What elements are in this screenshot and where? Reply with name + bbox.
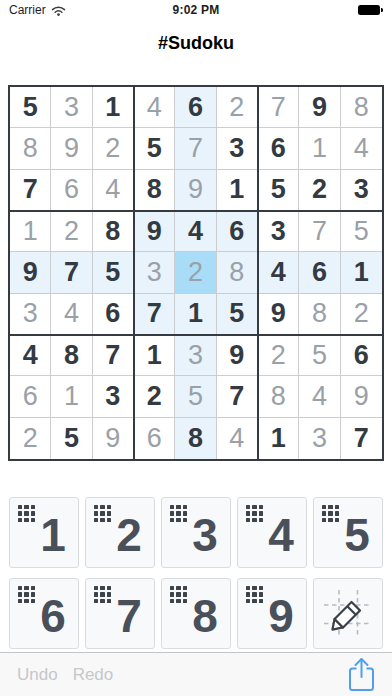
- numpad-button-4[interactable]: 4: [237, 497, 307, 568]
- grid-icon: [18, 586, 35, 603]
- cell-r4c9[interactable]: 5: [341, 211, 382, 252]
- grid-icon: [94, 505, 111, 522]
- cell-r2c7[interactable]: 6: [258, 128, 299, 169]
- cell-r6c4[interactable]: 7: [134, 294, 175, 335]
- numpad-button-1[interactable]: 1: [9, 497, 79, 568]
- grid-icon: [170, 505, 187, 522]
- screen: Carrier 9:02 PM #Sudoku 5314627988925736…: [0, 0, 392, 696]
- cell-r7c2[interactable]: 8: [51, 335, 92, 376]
- cell-r3c6[interactable]: 1: [217, 170, 258, 211]
- number-pad: 12345 6789: [0, 497, 392, 649]
- cell-r8c8[interactable]: 4: [299, 376, 340, 417]
- number-pad-row-2: 6789: [9, 578, 383, 649]
- status-bar: Carrier 9:02 PM: [0, 0, 392, 20]
- carrier-label: Carrier: [9, 3, 46, 17]
- cell-r4c7[interactable]: 3: [258, 211, 299, 252]
- cell-r6c5[interactable]: 1: [175, 294, 216, 335]
- cell-r1c7[interactable]: 7: [258, 87, 299, 128]
- numpad-button-5[interactable]: 5: [313, 497, 383, 568]
- cell-r7c1[interactable]: 4: [10, 335, 51, 376]
- numpad-button-6[interactable]: 6: [9, 578, 79, 649]
- cell-r4c5[interactable]: 4: [175, 211, 216, 252]
- cell-r1c8[interactable]: 9: [299, 87, 340, 128]
- cell-r5c4[interactable]: 3: [134, 252, 175, 293]
- cell-r1c9[interactable]: 8: [341, 87, 382, 128]
- numpad-button-2[interactable]: 2: [85, 497, 155, 568]
- cell-r4c8[interactable]: 7: [299, 211, 340, 252]
- cell-r7c6[interactable]: 9: [217, 335, 258, 376]
- numpad-button-7[interactable]: 7: [85, 578, 155, 649]
- cell-r2c8[interactable]: 1: [299, 128, 340, 169]
- cell-r2c2[interactable]: 9: [51, 128, 92, 169]
- sudoku-board: 5314627988925736147648915231289463759753…: [8, 85, 384, 461]
- cell-r9c4[interactable]: 6: [134, 418, 175, 459]
- cell-r3c9[interactable]: 3: [341, 170, 382, 211]
- cell-r7c3[interactable]: 7: [93, 335, 134, 376]
- grid-icon: [246, 586, 263, 603]
- cell-r1c2[interactable]: 3: [51, 87, 92, 128]
- cell-r9c9[interactable]: 7: [341, 418, 382, 459]
- grid-icon: [322, 505, 339, 522]
- cell-r3c2[interactable]: 6: [51, 170, 92, 211]
- cell-r8c3[interactable]: 3: [93, 376, 134, 417]
- grid-icon: [170, 586, 187, 603]
- status-bar-left: Carrier: [9, 3, 66, 17]
- pencil-icon: [319, 585, 377, 643]
- cell-r3c7[interactable]: 5: [258, 170, 299, 211]
- cell-r1c1[interactable]: 5: [10, 87, 51, 128]
- nav-bar: #Sudoku: [0, 20, 392, 85]
- cell-r2c1[interactable]: 8: [10, 128, 51, 169]
- cell-r8c5[interactable]: 5: [175, 376, 216, 417]
- pencil-mode-button[interactable]: [313, 578, 383, 649]
- grid-icon: [246, 505, 263, 522]
- cell-r7c4[interactable]: 1: [134, 335, 175, 376]
- wifi-icon: [51, 5, 66, 16]
- cell-r9c2[interactable]: 5: [51, 418, 92, 459]
- share-button[interactable]: [348, 657, 375, 692]
- cell-r5c9[interactable]: 1: [341, 252, 382, 293]
- cell-r6c9[interactable]: 2: [341, 294, 382, 335]
- bottom-toolbar: Undo Redo: [0, 652, 392, 696]
- cell-r1c6[interactable]: 2: [217, 87, 258, 128]
- numpad-button-8[interactable]: 8: [161, 578, 231, 649]
- cell-r9c1[interactable]: 2: [10, 418, 51, 459]
- cell-r1c3[interactable]: 1: [93, 87, 134, 128]
- cell-r7c8[interactable]: 5: [299, 335, 340, 376]
- cell-r8c6[interactable]: 7: [217, 376, 258, 417]
- battery-icon: [358, 5, 383, 15]
- grid-icon: [94, 586, 111, 603]
- cell-r6c6[interactable]: 5: [217, 294, 258, 335]
- cell-r2c9[interactable]: 4: [341, 128, 382, 169]
- cell-r4c2[interactable]: 2: [51, 211, 92, 252]
- cell-r3c5[interactable]: 9: [175, 170, 216, 211]
- cell-r1c5[interactable]: 6: [175, 87, 216, 128]
- number-pad-row-1: 12345: [9, 497, 383, 568]
- page-title: #Sudoku: [158, 33, 234, 53]
- cell-r5c8[interactable]: 6: [299, 252, 340, 293]
- cell-r8c2[interactable]: 1: [51, 376, 92, 417]
- cell-r1c4[interactable]: 4: [134, 87, 175, 128]
- cell-r5c1[interactable]: 9: [10, 252, 51, 293]
- cell-r9c6[interactable]: 4: [217, 418, 258, 459]
- numpad-button-3[interactable]: 3: [161, 497, 231, 568]
- cell-r6c3[interactable]: 6: [93, 294, 134, 335]
- cell-r6c1[interactable]: 3: [10, 294, 51, 335]
- cell-r4c3[interactable]: 8: [93, 211, 134, 252]
- cell-r4c6[interactable]: 6: [217, 211, 258, 252]
- cell-r3c1[interactable]: 7: [10, 170, 51, 211]
- box-separator-vertical-1: [133, 87, 135, 459]
- cell-r9c3[interactable]: 9: [93, 418, 134, 459]
- cell-r9c5[interactable]: 8: [175, 418, 216, 459]
- cell-r3c8[interactable]: 2: [299, 170, 340, 211]
- cell-r2c4[interactable]: 5: [134, 128, 175, 169]
- cell-r4c4[interactable]: 9: [134, 211, 175, 252]
- box-separator-vertical-2: [257, 87, 259, 459]
- cell-r9c7[interactable]: 1: [258, 418, 299, 459]
- cell-r5c5[interactable]: 2: [175, 252, 216, 293]
- cell-r6c7[interactable]: 9: [258, 294, 299, 335]
- cell-r4c1[interactable]: 1: [10, 211, 51, 252]
- clock-label: 9:02 PM: [173, 3, 220, 17]
- cell-r7c7[interactable]: 2: [258, 335, 299, 376]
- numpad-button-9[interactable]: 9: [237, 578, 307, 649]
- cell-r7c5[interactable]: 3: [175, 335, 216, 376]
- cell-r8c4[interactable]: 2: [134, 376, 175, 417]
- cell-r2c6[interactable]: 3: [217, 128, 258, 169]
- cell-r5c2[interactable]: 7: [51, 252, 92, 293]
- grid-icon: [18, 505, 35, 522]
- cell-r3c4[interactable]: 8: [134, 170, 175, 211]
- cell-r2c5[interactable]: 7: [175, 128, 216, 169]
- cell-r8c7[interactable]: 8: [258, 376, 299, 417]
- cell-r5c3[interactable]: 5: [93, 252, 134, 293]
- box-separator-horizontal-1: [10, 210, 382, 212]
- cell-r8c9[interactable]: 9: [341, 376, 382, 417]
- cell-r7c9[interactable]: 6: [341, 335, 382, 376]
- cell-r6c8[interactable]: 8: [299, 294, 340, 335]
- share-icon: [348, 657, 375, 692]
- cell-r6c2[interactable]: 4: [51, 294, 92, 335]
- cell-r8c1[interactable]: 6: [10, 376, 51, 417]
- cell-r5c7[interactable]: 4: [258, 252, 299, 293]
- cell-r2c3[interactable]: 2: [93, 128, 134, 169]
- cell-r9c8[interactable]: 3: [299, 418, 340, 459]
- cell-r5c6[interactable]: 8: [217, 252, 258, 293]
- redo-button[interactable]: Redo: [73, 665, 114, 685]
- cell-r3c3[interactable]: 4: [93, 170, 134, 211]
- undo-button[interactable]: Undo: [17, 665, 58, 685]
- box-separator-horizontal-2: [10, 334, 382, 336]
